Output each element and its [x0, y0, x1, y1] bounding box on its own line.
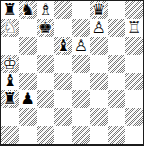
square-b1[interactable]	[19, 126, 37, 144]
square-a2[interactable]	[1, 108, 19, 126]
white-rook: ♜♖	[125, 19, 143, 37]
black-bishop: ♝	[1, 73, 19, 91]
square-g1[interactable]	[108, 126, 126, 144]
square-e7[interactable]	[72, 19, 90, 37]
square-d3[interactable]	[54, 90, 72, 108]
square-c6[interactable]	[37, 37, 55, 55]
square-h6[interactable]	[125, 37, 143, 55]
square-h8[interactable]	[125, 1, 143, 19]
square-a3[interactable]: ♜	[1, 90, 19, 108]
square-b6[interactable]	[19, 37, 37, 55]
square-c8[interactable]: ♝♗	[37, 1, 55, 19]
square-a8[interactable]: ♜	[1, 1, 19, 19]
square-d4[interactable]	[54, 73, 72, 91]
square-g2[interactable]	[108, 108, 126, 126]
square-f7[interactable]: ♟♙	[90, 19, 108, 37]
square-h3[interactable]	[125, 90, 143, 108]
square-f5[interactable]	[90, 55, 108, 73]
black-pawn: ♟	[19, 90, 37, 108]
square-e3[interactable]	[72, 90, 90, 108]
black-queen: ♛	[90, 1, 108, 19]
white-pawn: ♟♙	[72, 37, 90, 55]
square-h4[interactable]	[125, 73, 143, 91]
square-a6[interactable]	[1, 37, 19, 55]
white-bishop: ♝♗	[37, 1, 55, 19]
black-rook: ♜	[1, 90, 19, 108]
square-b5[interactable]	[19, 55, 37, 73]
square-g6[interactable]	[108, 37, 126, 55]
chess-board: ♜♞♝♗♛♞♘♚♟♙♜♖♝♟♙♚♔♝♜♟	[0, 0, 144, 146]
square-h7[interactable]: ♜♖	[125, 19, 143, 37]
square-d6[interactable]: ♝	[54, 37, 72, 55]
square-e1[interactable]	[72, 126, 90, 144]
black-bishop: ♝	[54, 37, 72, 55]
square-f6[interactable]	[90, 37, 108, 55]
square-e2[interactable]	[72, 108, 90, 126]
square-b7[interactable]	[19, 19, 37, 37]
square-c3[interactable]	[37, 90, 55, 108]
square-e6[interactable]: ♟♙	[72, 37, 90, 55]
square-f2[interactable]	[90, 108, 108, 126]
square-g8[interactable]	[108, 1, 126, 19]
square-g5[interactable]	[108, 55, 126, 73]
square-e5[interactable]	[72, 55, 90, 73]
square-c4[interactable]	[37, 73, 55, 91]
square-h2[interactable]	[125, 108, 143, 126]
square-d1[interactable]	[54, 126, 72, 144]
square-c1[interactable]	[37, 126, 55, 144]
square-h1[interactable]	[125, 126, 143, 144]
square-d8[interactable]	[54, 1, 72, 19]
square-d5[interactable]	[54, 55, 72, 73]
square-e4[interactable]	[72, 73, 90, 91]
square-c2[interactable]	[37, 108, 55, 126]
square-a4[interactable]: ♝	[1, 73, 19, 91]
square-c7[interactable]: ♚	[37, 19, 55, 37]
square-b3[interactable]: ♟	[19, 90, 37, 108]
square-h5[interactable]	[125, 55, 143, 73]
white-pawn: ♟♙	[90, 19, 108, 37]
square-c5[interactable]	[37, 55, 55, 73]
square-f1[interactable]	[90, 126, 108, 144]
black-rook: ♜	[1, 1, 19, 19]
square-f4[interactable]	[90, 73, 108, 91]
square-a5[interactable]: ♚♔	[1, 55, 19, 73]
square-e8[interactable]	[72, 1, 90, 19]
black-knight: ♞	[19, 1, 37, 19]
square-b4[interactable]	[19, 73, 37, 91]
square-g7[interactable]	[108, 19, 126, 37]
square-b8[interactable]: ♞	[19, 1, 37, 19]
square-a1[interactable]	[1, 126, 19, 144]
black-king: ♚	[37, 19, 55, 37]
square-f3[interactable]	[90, 90, 108, 108]
square-f8[interactable]: ♛	[90, 1, 108, 19]
square-g3[interactable]	[108, 90, 126, 108]
square-a7[interactable]: ♞♘	[1, 19, 19, 37]
square-b2[interactable]	[19, 108, 37, 126]
white-king: ♚♔	[1, 55, 19, 73]
square-d7[interactable]	[54, 19, 72, 37]
square-d2[interactable]	[54, 108, 72, 126]
square-g4[interactable]	[108, 73, 126, 91]
white-knight: ♞♘	[1, 19, 19, 37]
